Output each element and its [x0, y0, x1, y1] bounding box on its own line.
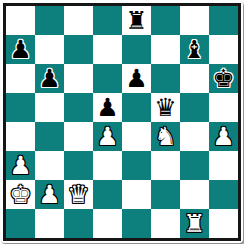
square-f4[interactable]: ♞: [151, 122, 180, 151]
square-b1[interactable]: [35, 209, 64, 238]
white-pawn: ♟: [9, 151, 31, 180]
square-e2[interactable]: [122, 180, 151, 209]
white-king: ♚: [9, 180, 31, 209]
square-f2[interactable]: [151, 180, 180, 209]
square-c3[interactable]: [64, 151, 93, 180]
square-f5[interactable]: ♛: [151, 93, 180, 122]
square-d2[interactable]: [93, 180, 122, 209]
square-g3[interactable]: [180, 151, 209, 180]
square-a8[interactable]: [6, 6, 35, 35]
white-rook: ♜: [183, 209, 205, 238]
square-d7[interactable]: [93, 35, 122, 64]
square-c2[interactable]: ♛: [64, 180, 93, 209]
square-h5[interactable]: [209, 93, 238, 122]
square-a2[interactable]: ♚: [6, 180, 35, 209]
square-f8[interactable]: [151, 6, 180, 35]
chess-board: ♜♟♝♟♟♚♟♛♟♞♟♟♚♟♛♜: [3, 3, 241, 241]
square-d3[interactable]: [93, 151, 122, 180]
square-h7[interactable]: [209, 35, 238, 64]
square-g8[interactable]: [180, 6, 209, 35]
square-e4[interactable]: [122, 122, 151, 151]
square-d4[interactable]: ♟: [93, 122, 122, 151]
square-g2[interactable]: [180, 180, 209, 209]
black-bishop: ♝: [183, 35, 205, 64]
square-a7[interactable]: ♟: [6, 35, 35, 64]
white-pawn: ♟: [96, 122, 118, 151]
square-a5[interactable]: [6, 93, 35, 122]
square-g4[interactable]: [180, 122, 209, 151]
square-h2[interactable]: [209, 180, 238, 209]
black-king: ♚: [212, 64, 234, 93]
square-h3[interactable]: [209, 151, 238, 180]
square-b8[interactable]: [35, 6, 64, 35]
square-b3[interactable]: [35, 151, 64, 180]
square-c8[interactable]: [64, 6, 93, 35]
square-c6[interactable]: [64, 64, 93, 93]
square-a1[interactable]: [6, 209, 35, 238]
square-c1[interactable]: [64, 209, 93, 238]
square-h8[interactable]: [209, 6, 238, 35]
square-h1[interactable]: [209, 209, 238, 238]
white-pawn: ♟: [212, 122, 234, 151]
white-queen: ♛: [67, 180, 89, 209]
square-c4[interactable]: [64, 122, 93, 151]
square-d6[interactable]: [93, 64, 122, 93]
square-g5[interactable]: [180, 93, 209, 122]
square-b6[interactable]: ♟: [35, 64, 64, 93]
square-b7[interactable]: [35, 35, 64, 64]
black-pawn: ♟: [96, 93, 118, 122]
square-g7[interactable]: ♝: [180, 35, 209, 64]
square-d8[interactable]: [93, 6, 122, 35]
square-e6[interactable]: ♟: [122, 64, 151, 93]
square-a6[interactable]: [6, 64, 35, 93]
square-b2[interactable]: ♟: [35, 180, 64, 209]
square-d5[interactable]: ♟: [93, 93, 122, 122]
square-a3[interactable]: ♟: [6, 151, 35, 180]
black-pawn: ♟: [125, 64, 147, 93]
square-e8[interactable]: ♜: [122, 6, 151, 35]
square-f1[interactable]: [151, 209, 180, 238]
chess-diagram-frame: ♜♟♝♟♟♚♟♛♟♞♟♟♚♟♛♜: [1, 1, 243, 243]
black-queen: ♛: [154, 93, 176, 122]
black-pawn: ♟: [9, 35, 31, 64]
square-g6[interactable]: [180, 64, 209, 93]
square-e7[interactable]: [122, 35, 151, 64]
square-e1[interactable]: [122, 209, 151, 238]
square-d1[interactable]: [93, 209, 122, 238]
white-knight: ♞: [154, 122, 176, 151]
square-b5[interactable]: [35, 93, 64, 122]
square-f7[interactable]: [151, 35, 180, 64]
square-h6[interactable]: ♚: [209, 64, 238, 93]
square-a4[interactable]: [6, 122, 35, 151]
square-e5[interactable]: [122, 93, 151, 122]
square-g1[interactable]: ♜: [180, 209, 209, 238]
square-f3[interactable]: [151, 151, 180, 180]
square-c5[interactable]: [64, 93, 93, 122]
square-c7[interactable]: [64, 35, 93, 64]
page: ♜♟♝♟♟♚♟♛♟♞♟♟♚♟♛♜: [0, 0, 244, 244]
square-e3[interactable]: [122, 151, 151, 180]
square-h4[interactable]: ♟: [209, 122, 238, 151]
black-pawn: ♟: [38, 64, 60, 93]
square-f6[interactable]: [151, 64, 180, 93]
white-pawn: ♟: [38, 180, 60, 209]
square-b4[interactable]: [35, 122, 64, 151]
black-rook: ♜: [125, 6, 147, 35]
